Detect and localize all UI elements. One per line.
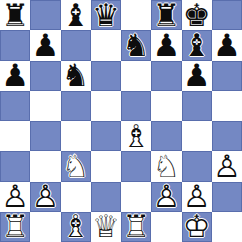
white-bishop-icon: ♝♗: [61, 212, 91, 242]
square-d5[interactable]: [91, 91, 121, 121]
square-d3[interactable]: [91, 151, 121, 181]
square-h3[interactable]: ♟♙: [212, 151, 242, 181]
white-rook-icon: ♜♖: [0, 212, 30, 242]
square-g5[interactable]: [182, 91, 212, 121]
black-pawn-icon: ♟♟: [30, 30, 60, 60]
square-f5[interactable]: [151, 91, 181, 121]
black-knight-icon: ♞♞: [61, 61, 91, 91]
square-g3[interactable]: [182, 151, 212, 181]
chess-board: ♜♜♝♝♛♛♜♜♚♚♟♟♞♞♟♟♝♝♟♟♟♟♞♞♟♟♝♗♞♘♞♘♟♙♟♙♟♙♟♙…: [0, 0, 242, 242]
square-h6[interactable]: [212, 61, 242, 91]
square-c4[interactable]: [61, 121, 91, 151]
square-e2[interactable]: [121, 182, 151, 212]
white-pawn-icon: ♟♙: [182, 182, 212, 212]
square-c2[interactable]: [61, 182, 91, 212]
white-king-icon: ♚♔: [182, 212, 212, 242]
square-b2[interactable]: ♟♙: [30, 182, 60, 212]
square-b5[interactable]: [30, 91, 60, 121]
square-h2[interactable]: [212, 182, 242, 212]
square-f8[interactable]: ♜♜: [151, 0, 181, 30]
square-h4[interactable]: [212, 121, 242, 151]
square-b3[interactable]: [30, 151, 60, 181]
square-b8[interactable]: [30, 0, 60, 30]
black-pawn-icon: ♟♟: [151, 30, 181, 60]
white-queen-icon: ♛♕: [91, 212, 121, 242]
square-f3[interactable]: ♞♘: [151, 151, 181, 181]
square-b4[interactable]: [30, 121, 60, 151]
square-d1[interactable]: ♛♕: [91, 212, 121, 242]
square-e6[interactable]: [121, 61, 151, 91]
square-b6[interactable]: [30, 61, 60, 91]
square-c1[interactable]: ♝♗: [61, 212, 91, 242]
black-knight-icon: ♞♞: [121, 30, 151, 60]
white-rook-icon: ♜♖: [121, 212, 151, 242]
square-f4[interactable]: [151, 121, 181, 151]
square-a3[interactable]: [0, 151, 30, 181]
black-bishop-icon: ♝♝: [61, 0, 91, 30]
white-knight-icon: ♞♘: [151, 151, 181, 181]
square-f1[interactable]: [151, 212, 181, 242]
square-a5[interactable]: [0, 91, 30, 121]
black-pawn-icon: ♟♟: [182, 61, 212, 91]
black-rook-icon: ♜♜: [0, 0, 30, 30]
white-pawn-icon: ♟♙: [151, 182, 181, 212]
square-c5[interactable]: [61, 91, 91, 121]
square-g2[interactable]: ♟♙: [182, 182, 212, 212]
black-rook-icon: ♜♜: [151, 0, 181, 30]
black-queen-icon: ♛♛: [91, 0, 121, 30]
square-d8[interactable]: ♛♛: [91, 0, 121, 30]
square-e8[interactable]: [121, 0, 151, 30]
square-g6[interactable]: ♟♟: [182, 61, 212, 91]
square-d4[interactable]: [91, 121, 121, 151]
black-pawn-icon: ♟♟: [212, 30, 242, 60]
square-e3[interactable]: [121, 151, 151, 181]
white-knight-icon: ♞♘: [61, 151, 91, 181]
black-bishop-icon: ♝♝: [182, 30, 212, 60]
square-b7[interactable]: ♟♟: [30, 30, 60, 60]
square-h1[interactable]: [212, 212, 242, 242]
square-h7[interactable]: ♟♟: [212, 30, 242, 60]
square-c7[interactable]: [61, 30, 91, 60]
square-a2[interactable]: ♟♙: [0, 182, 30, 212]
square-a8[interactable]: ♜♜: [0, 0, 30, 30]
square-c3[interactable]: ♞♘: [61, 151, 91, 181]
square-a7[interactable]: [0, 30, 30, 60]
square-c8[interactable]: ♝♝: [61, 0, 91, 30]
square-f7[interactable]: ♟♟: [151, 30, 181, 60]
square-e4[interactable]: ♝♗: [121, 121, 151, 151]
square-g4[interactable]: [182, 121, 212, 151]
square-d6[interactable]: [91, 61, 121, 91]
white-pawn-icon: ♟♙: [0, 182, 30, 212]
square-d7[interactable]: [91, 30, 121, 60]
square-e1[interactable]: ♜♖: [121, 212, 151, 242]
white-bishop-icon: ♝♗: [121, 121, 151, 151]
square-f6[interactable]: [151, 61, 181, 91]
square-b1[interactable]: [30, 212, 60, 242]
white-pawn-icon: ♟♙: [30, 182, 60, 212]
square-a4[interactable]: [0, 121, 30, 151]
square-e5[interactable]: [121, 91, 151, 121]
square-g8[interactable]: ♚♚: [182, 0, 212, 30]
square-c6[interactable]: ♞♞: [61, 61, 91, 91]
square-g1[interactable]: ♚♔: [182, 212, 212, 242]
square-g7[interactable]: ♝♝: [182, 30, 212, 60]
square-e7[interactable]: ♞♞: [121, 30, 151, 60]
square-a1[interactable]: ♜♖: [0, 212, 30, 242]
square-a6[interactable]: ♟♟: [0, 61, 30, 91]
black-king-icon: ♚♚: [182, 0, 212, 30]
white-pawn-icon: ♟♙: [212, 151, 242, 181]
square-f2[interactable]: ♟♙: [151, 182, 181, 212]
square-d2[interactable]: [91, 182, 121, 212]
square-h5[interactable]: [212, 91, 242, 121]
square-h8[interactable]: [212, 0, 242, 30]
black-pawn-icon: ♟♟: [0, 61, 30, 91]
